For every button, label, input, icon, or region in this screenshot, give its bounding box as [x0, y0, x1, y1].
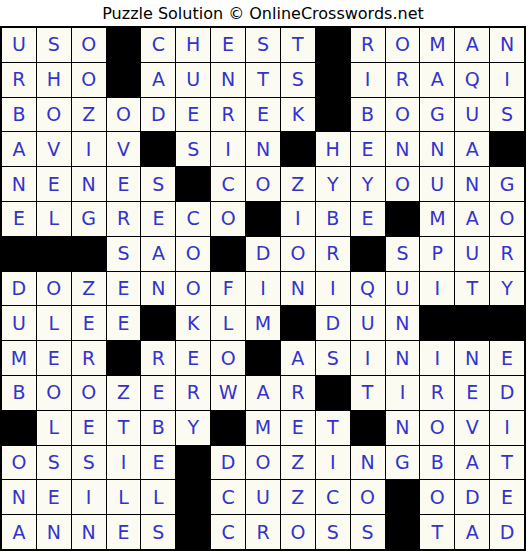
letter-cell-r7c5: A [141, 237, 175, 271]
block-cell-r9c5 [141, 306, 175, 340]
letter-cell-r11c13: R [420, 376, 454, 410]
letter-cell-r9c1: U [2, 306, 36, 340]
letter-cell-r4c14: A [455, 132, 489, 166]
letter-cell-r6c5: E [141, 202, 175, 236]
letter-cell-r8c12: U [386, 272, 420, 306]
letter-cell-r15c8: R [246, 515, 280, 549]
letter-cell-r1c8: S [246, 28, 280, 62]
letter-cell-r5c8: O [246, 167, 280, 201]
block-cell-r7c2 [37, 237, 71, 271]
letter-cell-r10c14: N [455, 341, 489, 375]
letter-cell-r5c5: S [141, 167, 175, 201]
letter-cell-r5c3: N [72, 167, 106, 201]
page-title: Puzzle Solution © OnlineCrosswords.net [0, 0, 526, 26]
letter-cell-r14c8: U [246, 480, 280, 514]
letter-cell-r15c11: S [351, 515, 385, 549]
letter-cell-r12c12: N [386, 411, 420, 445]
letter-cell-r6c7: O [211, 202, 245, 236]
letter-cell-r13c1: O [2, 446, 36, 480]
block-cell-r15c6 [176, 515, 210, 549]
letter-cell-r2c2: H [37, 63, 71, 97]
letter-cell-r15c14: A [455, 515, 489, 549]
letter-cell-r15c5: S [141, 515, 175, 549]
letter-cell-r13c14: A [455, 446, 489, 480]
letter-cell-r9c4: E [107, 306, 141, 340]
letter-cell-r2c8: T [246, 63, 280, 97]
letter-cell-r14c11: O [351, 480, 385, 514]
letter-cell-r8c11: Q [351, 272, 385, 306]
letter-cell-r7c13: P [420, 237, 454, 271]
letter-cell-r10c10: S [316, 341, 350, 375]
letter-cell-r12c4: T [107, 411, 141, 445]
letter-cell-r4c7: I [211, 132, 245, 166]
letter-cell-r1c15: N [490, 28, 524, 62]
letter-cell-r10c5: R [141, 341, 175, 375]
letter-cell-r11c3: O [72, 376, 106, 410]
block-cell-r14c6 [176, 480, 210, 514]
letter-cell-r12c13: O [420, 411, 454, 445]
letter-cell-r14c7: C [211, 480, 245, 514]
block-cell-r4c5 [141, 132, 175, 166]
letter-cell-r14c14: D [455, 480, 489, 514]
letter-cell-r13c10: I [316, 446, 350, 480]
block-cell-r9c14 [455, 306, 489, 340]
block-cell-r7c7 [211, 237, 245, 271]
letter-cell-r5c13: U [420, 167, 454, 201]
letter-cell-r10c2: E [37, 341, 71, 375]
letter-cell-r10c15: E [490, 341, 524, 375]
letter-cell-r15c15: D [490, 515, 524, 549]
letter-cell-r5c9: Z [281, 167, 315, 201]
letter-cell-r11c9: R [281, 376, 315, 410]
letter-cell-r10c6: E [176, 341, 210, 375]
letter-cell-r13c11: N [351, 446, 385, 480]
letter-cell-r14c10: C [316, 480, 350, 514]
letter-cell-r1c1: U [2, 28, 36, 62]
letter-cell-r8c13: I [420, 272, 454, 306]
block-cell-r7c11 [351, 237, 385, 271]
block-cell-r4c9 [281, 132, 315, 166]
letter-cell-r6c6: C [176, 202, 210, 236]
letter-cell-r6c4: R [107, 202, 141, 236]
letter-cell-r6c9: I [281, 202, 315, 236]
letter-cell-r8c15: Y [490, 272, 524, 306]
letter-cell-r15c7: C [211, 515, 245, 549]
letter-cell-r8c8: I [246, 272, 280, 306]
letter-cell-r15c2: N [37, 515, 71, 549]
letter-cell-r3c11: B [351, 98, 385, 132]
letter-cell-r8c5: N [141, 272, 175, 306]
letter-cell-r14c3: I [72, 480, 106, 514]
letter-cell-r11c1: B [2, 376, 36, 410]
letter-cell-r3c9: K [281, 98, 315, 132]
letter-cell-r4c12: N [386, 132, 420, 166]
letter-cell-r1c12: O [386, 28, 420, 62]
letter-cell-r10c13: I [420, 341, 454, 375]
letter-cell-r3c13: G [420, 98, 454, 132]
block-cell-r3c10 [316, 98, 350, 132]
letter-cell-r3c6: E [176, 98, 210, 132]
letter-cell-r6c10: B [316, 202, 350, 236]
letter-cell-r13c9: Z [281, 446, 315, 480]
letter-cell-r10c7: O [211, 341, 245, 375]
letter-cell-r13c12: G [386, 446, 420, 480]
letter-cell-r5c2: E [37, 167, 71, 201]
letter-cell-r4c13: N [420, 132, 454, 166]
letter-cell-r14c2: E [37, 480, 71, 514]
letter-cell-r4c6: S [176, 132, 210, 166]
letter-cell-r10c3: R [72, 341, 106, 375]
letter-cell-r4c1: A [2, 132, 36, 166]
block-cell-r9c9 [281, 306, 315, 340]
letter-cell-r13c4: I [107, 446, 141, 480]
letter-cell-r6c14: A [455, 202, 489, 236]
letter-cell-r8c4: E [107, 272, 141, 306]
block-cell-r2c10 [316, 63, 350, 97]
letter-cell-r6c2: L [37, 202, 71, 236]
letter-cell-r1c2: S [37, 28, 71, 62]
letter-cell-r7c14: U [455, 237, 489, 271]
letter-cell-r3c15: S [490, 98, 524, 132]
letter-cell-r6c15: O [490, 202, 524, 236]
letter-cell-r1c13: M [420, 28, 454, 62]
letter-cell-r9c12: N [386, 306, 420, 340]
letter-cell-r4c2: V [37, 132, 71, 166]
letter-cell-r14c4: L [107, 480, 141, 514]
letter-cell-r11c7: W [211, 376, 245, 410]
block-cell-r15c12 [386, 515, 420, 549]
letter-cell-r5c7: C [211, 167, 245, 201]
letter-cell-r7c15: R [490, 237, 524, 271]
letter-cell-r12c2: L [37, 411, 71, 445]
letter-cell-r3c3: Z [72, 98, 106, 132]
letter-cell-r8c2: O [37, 272, 71, 306]
block-cell-r6c8 [246, 202, 280, 236]
letter-cell-r1c9: T [281, 28, 315, 62]
letter-cell-r14c1: N [2, 480, 36, 514]
letter-cell-r6c1: E [2, 202, 36, 236]
letter-cell-r7c6: O [176, 237, 210, 271]
letter-cell-r4c11: E [351, 132, 385, 166]
letter-cell-r13c13: B [420, 446, 454, 480]
letter-cell-r2c7: N [211, 63, 245, 97]
block-cell-r11c10 [316, 376, 350, 410]
letter-cell-r13c7: D [211, 446, 245, 480]
letter-cell-r2c12: R [386, 63, 420, 97]
letter-cell-r13c15: T [490, 446, 524, 480]
block-cell-r2c4 [107, 63, 141, 97]
letter-cell-r2c3: O [72, 63, 106, 97]
letter-cell-r15c3: N [72, 515, 106, 549]
letter-cell-r11c4: Z [107, 376, 141, 410]
letter-cell-r2c1: R [2, 63, 36, 97]
letter-cell-r12c5: B [141, 411, 175, 445]
letter-cell-r7c12: S [386, 237, 420, 271]
block-cell-r5c6 [176, 167, 210, 201]
letter-cell-r3c5: D [141, 98, 175, 132]
letter-cell-r15c4: E [107, 515, 141, 549]
letter-cell-r6c11: E [351, 202, 385, 236]
letter-cell-r5c14: N [455, 167, 489, 201]
letter-cell-r1c5: C [141, 28, 175, 62]
block-cell-r7c3 [72, 237, 106, 271]
letter-cell-r3c4: O [107, 98, 141, 132]
letter-cell-r2c6: U [176, 63, 210, 97]
letter-cell-r2c9: S [281, 63, 315, 97]
block-cell-r7c1 [2, 237, 36, 271]
letter-cell-r4c3: I [72, 132, 106, 166]
block-cell-r4c15 [490, 132, 524, 166]
letter-cell-r13c5: E [141, 446, 175, 480]
letter-cell-r14c9: Z [281, 480, 315, 514]
block-cell-r1c10 [316, 28, 350, 62]
letter-cell-r3c1: B [2, 98, 36, 132]
letter-cell-r1c14: A [455, 28, 489, 62]
letter-cell-r3c7: R [211, 98, 245, 132]
letter-cell-r15c13: T [420, 515, 454, 549]
letter-cell-r5c12: O [386, 167, 420, 201]
letter-cell-r12c10: T [316, 411, 350, 445]
block-cell-r14c12 [386, 480, 420, 514]
letter-cell-r5c4: E [107, 167, 141, 201]
letter-cell-r11c6: R [176, 376, 210, 410]
letter-cell-r7c4: S [107, 237, 141, 271]
letter-cell-r1c6: H [176, 28, 210, 62]
letter-cell-r15c9: O [281, 515, 315, 549]
letter-cell-r5c1: N [2, 167, 36, 201]
letter-cell-r5c11: Y [351, 167, 385, 201]
letter-cell-r12c14: V [455, 411, 489, 445]
block-cell-r12c1 [2, 411, 36, 445]
letter-cell-r12c8: M [246, 411, 280, 445]
letter-cell-r8c9: N [281, 272, 315, 306]
letter-cell-r8c1: D [2, 272, 36, 306]
letter-cell-r4c8: N [246, 132, 280, 166]
letter-cell-r3c14: U [455, 98, 489, 132]
letter-cell-r3c2: O [37, 98, 71, 132]
letter-cell-r9c8: M [246, 306, 280, 340]
letter-cell-r9c6: K [176, 306, 210, 340]
letter-cell-r4c4: V [107, 132, 141, 166]
letter-cell-r1c3: O [72, 28, 106, 62]
letter-cell-r5c15: G [490, 167, 524, 201]
block-cell-r12c7 [211, 411, 245, 445]
letter-cell-r8c6: O [176, 272, 210, 306]
letter-cell-r9c7: L [211, 306, 245, 340]
letter-cell-r12c9: E [281, 411, 315, 445]
letter-cell-r7c9: O [281, 237, 315, 271]
letter-cell-r14c5: L [141, 480, 175, 514]
letter-cell-r2c5: A [141, 63, 175, 97]
letter-cell-r9c11: U [351, 306, 385, 340]
letter-cell-r10c1: M [2, 341, 36, 375]
block-cell-r9c13 [420, 306, 454, 340]
letter-cell-r8c7: F [211, 272, 245, 306]
block-cell-r12c11 [351, 411, 385, 445]
letter-cell-r11c15: D [490, 376, 524, 410]
crossword-grid: USOCHESTROMANRHOAUNTSIRAQIBOZODEREKBOGUS… [0, 26, 526, 551]
letter-cell-r1c11: R [351, 28, 385, 62]
letter-cell-r8c10: I [316, 272, 350, 306]
letter-cell-r13c3: S [72, 446, 106, 480]
block-cell-r9c15 [490, 306, 524, 340]
letter-cell-r2c14: Q [455, 63, 489, 97]
letter-cell-r7c10: R [316, 237, 350, 271]
letter-cell-r12c6: Y [176, 411, 210, 445]
letter-cell-r14c13: O [420, 480, 454, 514]
letter-cell-r14c15: E [490, 480, 524, 514]
letter-cell-r6c3: G [72, 202, 106, 236]
letter-cell-r2c15: I [490, 63, 524, 97]
letter-cell-r5c10: Y [316, 167, 350, 201]
block-cell-r13c6 [176, 446, 210, 480]
letter-cell-r11c2: O [37, 376, 71, 410]
block-cell-r1c4 [107, 28, 141, 62]
letter-cell-r13c8: O [246, 446, 280, 480]
letter-cell-r3c12: O [386, 98, 420, 132]
letter-cell-r7c8: D [246, 237, 280, 271]
block-cell-r10c4 [107, 341, 141, 375]
letter-cell-r11c12: I [386, 376, 420, 410]
letter-cell-r12c3: E [72, 411, 106, 445]
letter-cell-r3c8: E [246, 98, 280, 132]
letter-cell-r2c11: I [351, 63, 385, 97]
letter-cell-r9c2: L [37, 306, 71, 340]
letter-cell-r11c11: T [351, 376, 385, 410]
letter-cell-r10c11: I [351, 341, 385, 375]
letter-cell-r2c13: A [420, 63, 454, 97]
letter-cell-r10c12: N [386, 341, 420, 375]
letter-cell-r11c5: E [141, 376, 175, 410]
letter-cell-r15c1: A [2, 515, 36, 549]
block-cell-r10c8 [246, 341, 280, 375]
letter-cell-r11c8: A [246, 376, 280, 410]
puzzle-solution-page: Puzzle Solution © OnlineCrosswords.net U… [0, 0, 526, 551]
letter-cell-r8c14: T [455, 272, 489, 306]
letter-cell-r15c10: S [316, 515, 350, 549]
letter-cell-r8c3: Z [72, 272, 106, 306]
letter-cell-r9c3: E [72, 306, 106, 340]
letter-cell-r4c10: H [316, 132, 350, 166]
letter-cell-r13c2: S [37, 446, 71, 480]
block-cell-r6c12 [386, 202, 420, 236]
letter-cell-r11c14: E [455, 376, 489, 410]
letter-cell-r6c13: M [420, 202, 454, 236]
letter-cell-r1c7: E [211, 28, 245, 62]
letter-cell-r9c10: D [316, 306, 350, 340]
letter-cell-r12c15: I [490, 411, 524, 445]
letter-cell-r10c9: A [281, 341, 315, 375]
